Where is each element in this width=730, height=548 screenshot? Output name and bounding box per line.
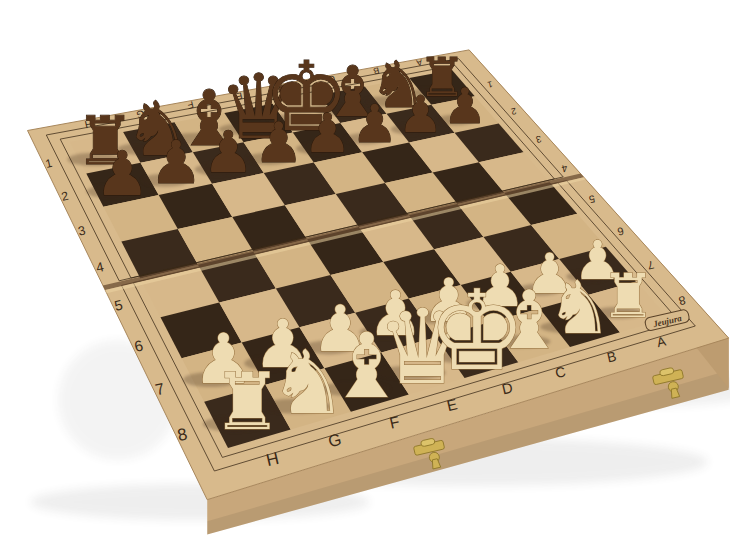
piece-dark-pawn-b2[interactable]: ♟: [398, 85, 443, 144]
piece-dark-pawn-f2[interactable]: ♟: [202, 119, 254, 186]
chess-board: HHGGFFEEDDCCBBAA1122334455667788 Jeujura…: [0, 0, 730, 548]
piece-dark-pawn-c2[interactable]: ♟: [351, 93, 398, 154]
piece-light-rook-a8[interactable]: ♜: [601, 261, 655, 331]
product-photo-scene: HHGGFFEEDDCCBBAA1122334455667788 Jeujura…: [0, 0, 730, 548]
piece-dark-pawn-h2[interactable]: ♟: [95, 138, 150, 209]
piece-dark-pawn-e2[interactable]: ♟: [254, 110, 304, 175]
piece-dark-pawn-d2[interactable]: ♟: [303, 102, 351, 165]
piece-dark-pawn-g2[interactable]: ♟: [149, 128, 202, 197]
piece-dark-pawn-a2[interactable]: ♟: [443, 77, 487, 135]
